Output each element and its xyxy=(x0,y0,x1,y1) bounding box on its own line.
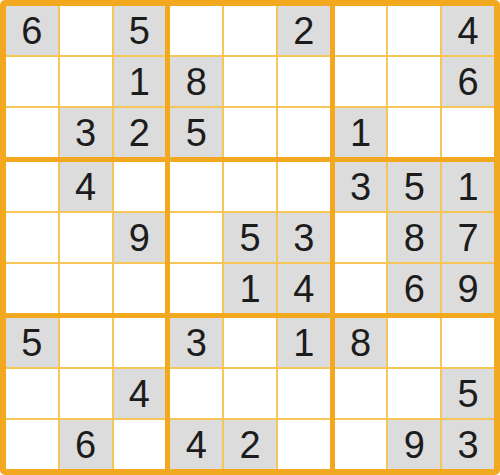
cell-r7c2[interactable] xyxy=(60,318,112,367)
cell-r8c2[interactable] xyxy=(60,369,112,418)
cell-r6c6[interactable]: 4 xyxy=(278,264,330,313)
cell-r7c9[interactable] xyxy=(442,318,494,367)
cell-r8c6[interactable] xyxy=(278,369,330,418)
cell-r5c4[interactable] xyxy=(170,213,222,262)
cell-r6c4[interactable] xyxy=(170,264,222,313)
cell-r3c4[interactable]: 5 xyxy=(170,108,222,157)
cell-r3c6[interactable] xyxy=(278,108,330,157)
cell-r8c1[interactable] xyxy=(6,369,58,418)
cell-r9c9[interactable]: 3 xyxy=(442,420,494,469)
cell-r1c1[interactable]: 6 xyxy=(6,6,58,55)
cell-r9c2[interactable]: 6 xyxy=(60,420,112,469)
cell-r7c1[interactable]: 5 xyxy=(6,318,58,367)
cell-r5c1[interactable] xyxy=(6,213,58,262)
cell-r5c6[interactable]: 3 xyxy=(278,213,330,262)
cell-r3c2[interactable]: 3 xyxy=(60,108,112,157)
cell-r2c6[interactable] xyxy=(278,57,330,106)
cell-r8c7[interactable] xyxy=(335,369,387,418)
cell-r5c8[interactable]: 8 xyxy=(388,213,440,262)
cell-r1c5[interactable] xyxy=(224,6,276,55)
cell-r7c8[interactable] xyxy=(388,318,440,367)
cell-r9c1[interactable] xyxy=(6,420,58,469)
cell-r1c8[interactable] xyxy=(388,6,440,55)
cell-r2c2[interactable] xyxy=(60,57,112,106)
cell-r1c7[interactable] xyxy=(335,6,387,55)
cell-r6c1[interactable] xyxy=(6,264,58,313)
cell-r8c8[interactable] xyxy=(388,369,440,418)
cell-r2c9[interactable]: 6 xyxy=(442,57,494,106)
cell-r4c6[interactable] xyxy=(278,162,330,211)
cell-r6c7[interactable] xyxy=(335,264,387,313)
cell-r8c9[interactable]: 5 xyxy=(442,369,494,418)
cell-r3c9[interactable] xyxy=(442,108,494,157)
cell-r9c5[interactable]: 2 xyxy=(224,420,276,469)
cell-r2c8[interactable] xyxy=(388,57,440,106)
cell-r1c6[interactable]: 2 xyxy=(278,6,330,55)
cell-r4c5[interactable] xyxy=(224,162,276,211)
cell-r3c3[interactable]: 2 xyxy=(114,108,166,157)
cell-r6c3[interactable] xyxy=(114,264,166,313)
cell-r6c2[interactable] xyxy=(60,264,112,313)
cell-r3c5[interactable] xyxy=(224,108,276,157)
cell-r1c2[interactable] xyxy=(60,6,112,55)
cell-r4c9[interactable]: 1 xyxy=(442,162,494,211)
cell-r7c6[interactable]: 1 xyxy=(278,318,330,367)
cell-r6c9[interactable]: 9 xyxy=(442,264,494,313)
cell-r2c3[interactable]: 1 xyxy=(114,57,166,106)
cell-r7c4[interactable]: 3 xyxy=(170,318,222,367)
cell-r6c5[interactable]: 1 xyxy=(224,264,276,313)
cell-r9c7[interactable] xyxy=(335,420,387,469)
cell-r5c9[interactable]: 7 xyxy=(442,213,494,262)
cell-r3c8[interactable] xyxy=(388,108,440,157)
cell-r5c3[interactable]: 9 xyxy=(114,213,166,262)
cell-r9c6[interactable] xyxy=(278,420,330,469)
cell-r9c4[interactable]: 4 xyxy=(170,420,222,469)
cell-r8c3[interactable]: 4 xyxy=(114,369,166,418)
cell-r2c7[interactable] xyxy=(335,57,387,106)
cell-r8c5[interactable] xyxy=(224,369,276,418)
cell-r3c1[interactable] xyxy=(6,108,58,157)
cell-r7c3[interactable] xyxy=(114,318,166,367)
cell-r5c7[interactable] xyxy=(335,213,387,262)
cell-r7c7[interactable]: 8 xyxy=(335,318,387,367)
cell-r4c2[interactable]: 4 xyxy=(60,162,112,211)
cell-r4c7[interactable]: 3 xyxy=(335,162,387,211)
sudoku-board: 65241863251435195387146953184564293 xyxy=(0,0,500,475)
cell-r3c7[interactable]: 1 xyxy=(335,108,387,157)
cell-r4c8[interactable]: 5 xyxy=(388,162,440,211)
cell-r1c4[interactable] xyxy=(170,6,222,55)
cell-r6c8[interactable]: 6 xyxy=(388,264,440,313)
cell-r9c8[interactable]: 9 xyxy=(388,420,440,469)
cell-r2c4[interactable]: 8 xyxy=(170,57,222,106)
cell-r1c3[interactable]: 5 xyxy=(114,6,166,55)
cell-r9c3[interactable] xyxy=(114,420,166,469)
cell-r4c1[interactable] xyxy=(6,162,58,211)
cell-r7c5[interactable] xyxy=(224,318,276,367)
cell-r5c5[interactable]: 5 xyxy=(224,213,276,262)
cell-r2c1[interactable] xyxy=(6,57,58,106)
cell-r2c5[interactable] xyxy=(224,57,276,106)
cell-r4c4[interactable] xyxy=(170,162,222,211)
cell-r8c4[interactable] xyxy=(170,369,222,418)
cell-r1c9[interactable]: 4 xyxy=(442,6,494,55)
cell-r5c2[interactable] xyxy=(60,213,112,262)
cell-r4c3[interactable] xyxy=(114,162,166,211)
